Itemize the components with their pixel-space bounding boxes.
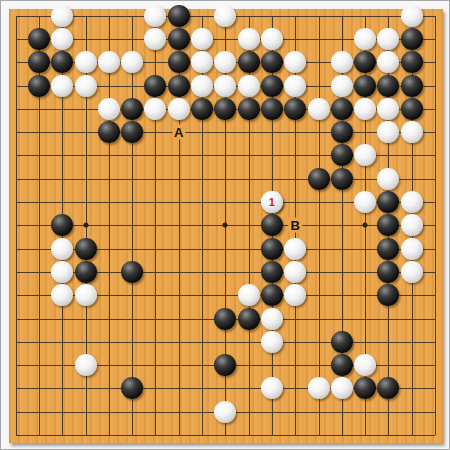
black-stone[interactable] bbox=[51, 51, 73, 73]
black-stone[interactable] bbox=[28, 75, 50, 97]
black-stone[interactable] bbox=[261, 51, 283, 73]
white-stone[interactable] bbox=[284, 284, 306, 306]
white-stone[interactable] bbox=[401, 191, 423, 213]
move-number-label: 1 bbox=[269, 197, 275, 208]
white-stone[interactable] bbox=[377, 98, 399, 120]
white-stone[interactable] bbox=[354, 191, 376, 213]
white-stone[interactable] bbox=[191, 51, 213, 73]
white-stone[interactable] bbox=[191, 75, 213, 97]
black-stone[interactable] bbox=[261, 98, 283, 120]
black-stone[interactable] bbox=[261, 214, 283, 236]
white-stone[interactable] bbox=[51, 5, 73, 27]
white-stone[interactable] bbox=[331, 51, 353, 73]
black-stone[interactable] bbox=[214, 98, 236, 120]
grid-line-vertical bbox=[435, 16, 436, 435]
black-stone[interactable] bbox=[354, 377, 376, 399]
black-stone[interactable] bbox=[284, 98, 306, 120]
white-stone[interactable] bbox=[75, 75, 97, 97]
white-stone[interactable] bbox=[238, 284, 260, 306]
black-stone[interactable] bbox=[121, 261, 143, 283]
white-stone[interactable] bbox=[308, 98, 330, 120]
white-stone[interactable] bbox=[121, 51, 143, 73]
white-stone[interactable] bbox=[144, 5, 166, 27]
black-stone[interactable] bbox=[168, 51, 190, 73]
black-stone[interactable] bbox=[144, 75, 166, 97]
white-stone[interactable] bbox=[144, 98, 166, 120]
white-stone[interactable] bbox=[98, 98, 120, 120]
white-stone[interactable] bbox=[261, 28, 283, 50]
black-stone[interactable] bbox=[261, 284, 283, 306]
black-stone[interactable] bbox=[308, 168, 330, 190]
black-stone[interactable] bbox=[401, 98, 423, 120]
white-stone[interactable] bbox=[168, 98, 190, 120]
white-stone[interactable] bbox=[51, 238, 73, 260]
white-stone[interactable] bbox=[377, 168, 399, 190]
point-label-a: A bbox=[172, 125, 185, 140]
white-stone[interactable] bbox=[354, 98, 376, 120]
black-stone[interactable] bbox=[168, 28, 190, 50]
black-stone[interactable] bbox=[331, 121, 353, 143]
point-label-b: B bbox=[288, 218, 301, 233]
white-stone[interactable] bbox=[284, 238, 306, 260]
white-stone[interactable] bbox=[214, 5, 236, 27]
numbered-white-stone[interactable]: 1 bbox=[261, 191, 283, 213]
white-stone[interactable] bbox=[401, 238, 423, 260]
black-stone[interactable] bbox=[238, 51, 260, 73]
black-stone[interactable] bbox=[191, 98, 213, 120]
black-stone[interactable] bbox=[377, 284, 399, 306]
white-stone[interactable] bbox=[144, 28, 166, 50]
white-stone[interactable] bbox=[51, 284, 73, 306]
white-stone[interactable] bbox=[401, 121, 423, 143]
black-stone[interactable] bbox=[331, 168, 353, 190]
black-stone[interactable] bbox=[261, 238, 283, 260]
black-stone[interactable] bbox=[121, 98, 143, 120]
white-stone[interactable] bbox=[75, 51, 97, 73]
black-stone[interactable] bbox=[238, 98, 260, 120]
black-stone[interactable] bbox=[377, 238, 399, 260]
black-stone[interactable] bbox=[238, 308, 260, 330]
star-point bbox=[223, 223, 228, 228]
black-stone[interactable] bbox=[51, 214, 73, 236]
white-stone[interactable] bbox=[331, 75, 353, 97]
white-stone[interactable] bbox=[191, 28, 213, 50]
black-stone[interactable] bbox=[214, 308, 236, 330]
black-stone[interactable] bbox=[98, 121, 120, 143]
black-stone[interactable] bbox=[331, 331, 353, 353]
black-stone[interactable] bbox=[401, 28, 423, 50]
white-stone[interactable] bbox=[51, 28, 73, 50]
white-stone[interactable] bbox=[261, 377, 283, 399]
white-stone[interactable] bbox=[75, 354, 97, 376]
white-stone[interactable] bbox=[261, 331, 283, 353]
white-stone[interactable] bbox=[284, 51, 306, 73]
white-stone[interactable] bbox=[238, 28, 260, 50]
white-stone[interactable] bbox=[308, 377, 330, 399]
white-stone[interactable] bbox=[51, 261, 73, 283]
white-stone[interactable] bbox=[261, 308, 283, 330]
white-stone[interactable] bbox=[238, 75, 260, 97]
white-stone[interactable] bbox=[51, 75, 73, 97]
white-stone[interactable] bbox=[214, 401, 236, 423]
black-stone[interactable] bbox=[377, 261, 399, 283]
black-stone[interactable] bbox=[354, 51, 376, 73]
white-stone[interactable] bbox=[401, 214, 423, 236]
black-stone[interactable] bbox=[28, 51, 50, 73]
white-stone[interactable] bbox=[377, 51, 399, 73]
white-stone[interactable] bbox=[331, 377, 353, 399]
white-stone[interactable] bbox=[98, 51, 120, 73]
black-stone[interactable] bbox=[331, 144, 353, 166]
black-stone[interactable] bbox=[354, 75, 376, 97]
go-board[interactable]: AB1 bbox=[9, 9, 443, 443]
black-stone[interactable] bbox=[331, 354, 353, 376]
grid-line-horizontal bbox=[16, 435, 435, 436]
star-point bbox=[83, 223, 88, 228]
white-stone[interactable] bbox=[354, 354, 376, 376]
black-stone[interactable] bbox=[214, 354, 236, 376]
black-stone[interactable] bbox=[75, 238, 97, 260]
black-stone[interactable] bbox=[168, 75, 190, 97]
black-stone[interactable] bbox=[401, 75, 423, 97]
white-stone[interactable] bbox=[401, 261, 423, 283]
star-point bbox=[363, 223, 368, 228]
white-stone[interactable] bbox=[354, 28, 376, 50]
black-stone[interactable] bbox=[401, 51, 423, 73]
black-stone[interactable] bbox=[377, 191, 399, 213]
black-stone[interactable] bbox=[261, 261, 283, 283]
white-stone[interactable] bbox=[284, 261, 306, 283]
grid-line-vertical bbox=[319, 16, 320, 435]
white-stone[interactable] bbox=[214, 75, 236, 97]
black-stone[interactable] bbox=[121, 377, 143, 399]
black-stone[interactable] bbox=[28, 28, 50, 50]
black-stone[interactable] bbox=[331, 98, 353, 120]
white-stone[interactable] bbox=[214, 51, 236, 73]
white-stone[interactable] bbox=[284, 75, 306, 97]
diagram-frame: AB1 bbox=[0, 0, 450, 450]
black-stone[interactable] bbox=[121, 121, 143, 143]
black-stone[interactable] bbox=[75, 261, 97, 283]
white-stone[interactable] bbox=[354, 144, 376, 166]
black-stone[interactable] bbox=[377, 214, 399, 236]
white-stone[interactable] bbox=[377, 121, 399, 143]
white-stone[interactable] bbox=[401, 5, 423, 27]
black-stone[interactable] bbox=[377, 75, 399, 97]
black-stone[interactable] bbox=[377, 377, 399, 399]
white-stone[interactable] bbox=[377, 28, 399, 50]
black-stone[interactable] bbox=[168, 5, 190, 27]
black-stone[interactable] bbox=[261, 75, 283, 97]
white-stone[interactable] bbox=[75, 284, 97, 306]
grid-line-horizontal bbox=[16, 342, 435, 343]
